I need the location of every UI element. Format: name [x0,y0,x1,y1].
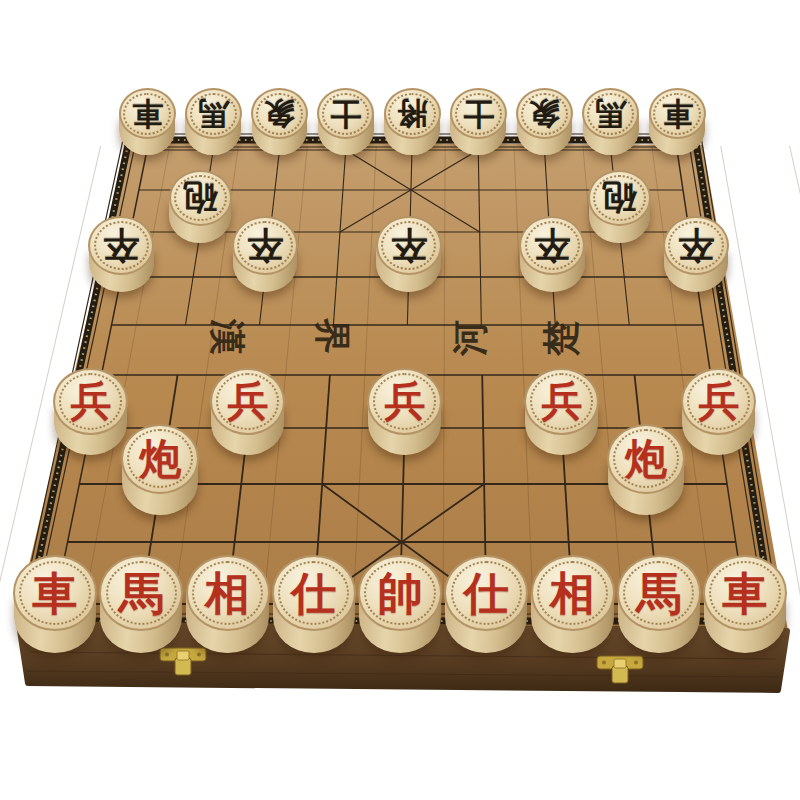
piece-character: 卒 [247,227,283,263]
piece-face: 車 [649,88,706,139]
piece-face: 卒 [519,216,585,275]
piece-face: 馬 [185,88,242,139]
piece-black-advisor[interactable]: 士 [317,88,374,152]
piece-black-cannon[interactable]: 砲 [588,170,651,241]
piece-ring [373,373,436,429]
piece-red-soldier[interactable]: 兵 [53,368,128,452]
piece-ring [364,561,435,624]
piece-red-soldier[interactable]: 兵 [210,368,285,452]
piece-red-advisor[interactable]: 仕 [444,555,528,649]
piece-face: 仕 [272,555,356,630]
piece-character: 士 [330,98,361,129]
piece-black-elephant[interactable]: 象 [516,88,573,152]
piece-character: 象 [264,98,295,129]
piece-black-horse[interactable]: 馬 [185,88,242,152]
piece-face: 砲 [169,170,232,226]
piece-face: 卒 [376,216,442,275]
piece-black-chariot[interactable]: 車 [119,88,176,152]
piece-face: 兵 [681,368,756,435]
piece-face: 卒 [232,216,298,275]
piece-face: 象 [251,88,308,139]
river-character: 界 [310,316,350,356]
piece-red-soldier[interactable]: 兵 [681,368,756,452]
piece-face: 車 [13,555,97,630]
piece-red-cannon[interactable]: 炮 [121,424,199,511]
piece-red-advisor[interactable]: 仕 [272,555,356,649]
piece-black-cannon[interactable]: 砲 [169,170,232,241]
piece-ring [613,429,679,488]
piece-ring [451,561,522,624]
piece-character: 砲 [602,181,636,215]
piece-character: 馬 [595,98,626,129]
piece-face: 車 [703,555,787,630]
piece-ring [192,561,263,624]
piece-black-elephant[interactable]: 象 [251,88,308,152]
river-character: 漢 [205,317,245,357]
piece-black-general[interactable]: 將 [384,88,441,152]
piece-red-horse[interactable]: 馬 [617,555,701,649]
piece-character: 卒 [391,227,427,263]
piece-character: 砲 [183,181,217,215]
piece-black-soldier[interactable]: 卒 [376,216,442,290]
piece-character: 馬 [198,98,229,129]
piece-ring [687,373,750,429]
piece-character: 將 [397,98,428,129]
piece-face: 相 [531,555,615,630]
piece-red-chariot[interactable]: 車 [13,555,97,649]
piece-face: 將 [384,88,441,139]
piece-character: 車 [662,98,693,129]
piece-face: 卒 [663,216,729,275]
piece-black-soldier[interactable]: 卒 [88,216,154,290]
piece-ring [106,561,177,624]
piece-face: 馬 [99,555,183,630]
piece-face: 士 [450,88,507,139]
piece-ring [216,373,279,429]
piece-face: 帥 [358,555,442,630]
piece-ring [623,561,694,624]
piece-face: 兵 [524,368,599,435]
piece-black-soldier[interactable]: 卒 [232,216,298,290]
piece-black-chariot[interactable]: 車 [649,88,706,152]
piece-ring [709,561,780,624]
piece-ring [537,561,608,624]
piece-black-soldier[interactable]: 卒 [519,216,585,290]
piece-face: 象 [516,88,573,139]
piece-black-horse[interactable]: 馬 [582,88,639,152]
piece-character: 卒 [103,227,139,263]
river-character: 河 [452,318,492,358]
piece-ring [278,561,349,624]
piece-red-chariot[interactable]: 車 [703,555,787,649]
piece-black-advisor[interactable]: 士 [450,88,507,152]
piece-face: 相 [186,555,270,630]
piece-red-soldier[interactable]: 兵 [524,368,599,452]
piece-face: 炮 [607,424,685,494]
piece-red-horse[interactable]: 馬 [99,555,183,649]
river-character: 楚 [543,318,583,358]
piece-red-elephant[interactable]: 相 [186,555,270,649]
piece-face: 炮 [121,424,199,494]
piece-face: 仕 [444,555,528,630]
piece-black-soldier[interactable]: 卒 [663,216,729,290]
piece-face: 兵 [210,368,285,435]
piece-face: 馬 [617,555,701,630]
piece-character: 卒 [534,227,570,263]
piece-face: 車 [119,88,176,139]
piece-red-elephant[interactable]: 相 [531,555,615,649]
piece-red-cannon[interactable]: 炮 [607,424,685,511]
piece-character: 象 [529,98,560,129]
piece-ring [530,373,593,429]
piece-ring [59,373,122,429]
piece-face: 兵 [367,368,442,435]
piece-face: 砲 [588,170,651,226]
piece-red-general[interactable]: 帥 [358,555,442,649]
piece-face: 卒 [88,216,154,275]
xiangqi-scene: 漢界河楚 車馬象士將士象馬車砲砲卒卒卒卒卒兵兵兵兵兵炮炮車馬相仕帥仕相馬車 [0,0,800,800]
piece-red-soldier[interactable]: 兵 [367,368,442,452]
piece-character: 卒 [678,227,714,263]
piece-ring [19,561,90,624]
piece-face: 兵 [53,368,128,435]
piece-character: 車 [132,98,163,129]
piece-ring [127,429,193,488]
piece-character: 士 [463,98,494,129]
